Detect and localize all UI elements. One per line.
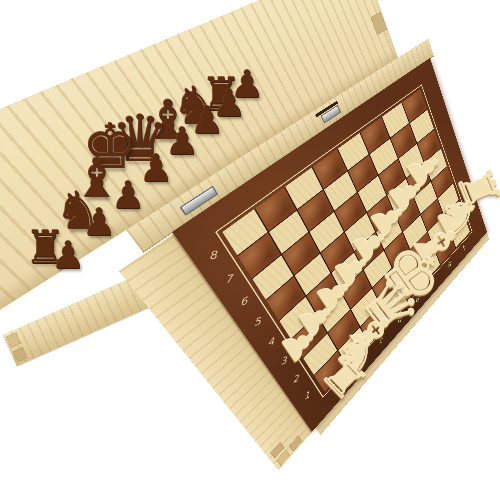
rank-label: 1 xyxy=(304,390,312,402)
rank-label: 8 xyxy=(209,250,220,263)
chess-set-product-photo: 12345678abcdefgh ♜♞♝♚♛♝♞♜♟♟♟♟♟♟♟♟♟♟♟♟♟♟♟… xyxy=(0,0,500,500)
rank-label: 6 xyxy=(240,295,250,307)
rank-label: 2 xyxy=(292,373,300,385)
dark-pawn: ♟ xyxy=(51,236,85,274)
dark-pawn: ♟ xyxy=(82,203,116,241)
rank-label: 5 xyxy=(254,316,263,328)
rank-label: 7 xyxy=(224,273,234,285)
dark-pawn: ♟ xyxy=(111,176,145,214)
